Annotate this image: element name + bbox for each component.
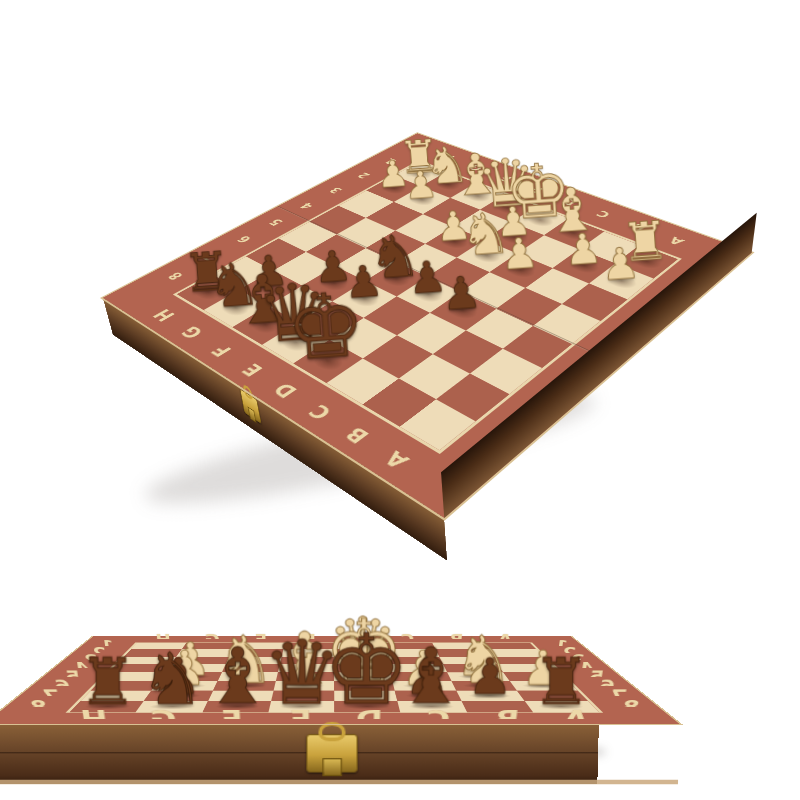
brass-clasp: [306, 734, 358, 773]
dark-pawn: ♟: [467, 652, 512, 702]
square: ♟: [456, 691, 525, 701]
rank-label: 2: [355, 171, 374, 180]
front-board-mount: HHGGFFEEDDCCBBAA1122334455667788♟♛♟♟♞♝♚♟…: [0, 545, 800, 800]
box-side-front: [0, 724, 680, 784]
file-label: G: [176, 323, 208, 342]
square: [496, 288, 562, 326]
file-label: A: [379, 446, 415, 472]
front-scene: HHGGFFEEDDCCBBAA1122334455667788♟♛♟♟♞♝♚♟…: [0, 545, 800, 800]
box-base-edge: [0, 780, 678, 785]
dark-bishop: ♝: [397, 639, 466, 716]
file-label: E: [237, 360, 268, 380]
rank-label: 4: [297, 201, 317, 211]
file-label: D: [268, 379, 302, 401]
rank-label: 5: [266, 217, 287, 228]
rank-label: 8: [620, 697, 641, 717]
chess-board: HHGGFFEEDDCCBBAA1122334455667788♟♛♟♟♞♝♚♟…: [0, 636, 683, 725]
dark-rook: ♜: [79, 650, 137, 714]
light-pawn: ♟: [500, 232, 541, 277]
file-label: C: [303, 401, 336, 423]
rank-label: 8: [28, 697, 49, 717]
clasp-loop: [318, 721, 345, 741]
perspective-board-mount: HHGGFFEEDDCCBBAA1122334455667788♜♞♝♛♚♝♜♟…: [0, 0, 800, 572]
perspective-scene: HHGGFFEEDDCCBBAA1122334455667788♜♞♝♛♚♝♜♟…: [0, 0, 800, 545]
file-label: H: [149, 306, 180, 324]
squares-grid: ♟♛♟♟♞♝♚♟♞♟♟♟♟♜♞♝♛♚♝♜: [66, 642, 604, 712]
file-label: F: [206, 341, 236, 360]
product-photo: HHGGFFEEDDCCBBAA1122334455667788♜♞♝♛♚♝♜♟…: [0, 0, 800, 800]
chess-board: HHGGFFEEDDCCBBAA1122334455667788♜♞♝♛♚♝♜♟…: [100, 132, 755, 520]
dark-king: ♚: [283, 281, 368, 374]
clasp-keeper: [322, 758, 341, 777]
brass-clasp: [240, 388, 262, 424]
light-pawn: ♟: [562, 227, 603, 272]
clasp-loop: [242, 383, 253, 401]
file-label: B: [340, 423, 375, 447]
rank-label: 3: [326, 185, 346, 195]
dark-rook: ♜: [532, 650, 590, 714]
clasp-keeper: [248, 407, 257, 424]
dark-knight: ♞: [140, 644, 204, 715]
rank-label: 6: [234, 233, 255, 244]
